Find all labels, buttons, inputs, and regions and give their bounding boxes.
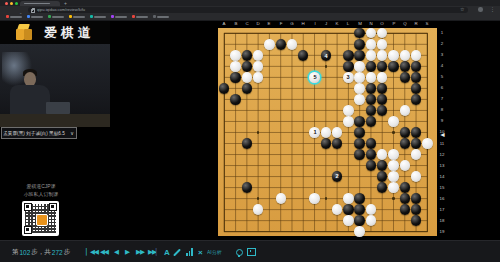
column-label-C: C (245, 22, 248, 27)
white-stone-J10 (321, 127, 331, 137)
chart-icon[interactable] (186, 241, 193, 262)
promo-line-2: 小班私人订制课 (17, 191, 65, 198)
ai-analysis-label[interactable]: AI分析 (207, 241, 231, 262)
black-stone-M11 (354, 138, 364, 148)
black-stone-M9 (354, 116, 364, 126)
bookmark-label (136, 16, 148, 18)
move-counter: 第 102 步，共 272 步 (12, 241, 70, 262)
black-stone-L3 (343, 50, 353, 60)
black-stone-N9 (366, 116, 376, 126)
white-stone-B3 (230, 50, 240, 60)
bookmark-item[interactable] (6, 15, 22, 18)
white-stone-R12 (411, 149, 421, 159)
white-stone-S11 (422, 138, 432, 148)
row-label-15: 15 (440, 185, 445, 190)
white-stone-L8 (343, 105, 353, 115)
row-label-12: 12 (440, 152, 445, 157)
jump-start-button[interactable]: ▏◀◀ (86, 241, 98, 262)
black-stone-O14 (377, 171, 387, 181)
desk (0, 114, 110, 127)
black-stone-C3 (242, 50, 252, 60)
black-stone-M18 (354, 215, 364, 225)
black-stone-M12 (354, 149, 364, 159)
jump-end-button[interactable]: ▶▶▏ (148, 241, 160, 262)
white-stone-L16 (343, 193, 353, 203)
column-label-R: R (414, 22, 417, 27)
letter-marker-button[interactable]: A (164, 241, 170, 262)
row-label-16: 16 (440, 196, 445, 201)
traffic-light-close[interactable] (5, 2, 8, 5)
row-label-14: 14 (440, 174, 445, 179)
bookmark-favicon (132, 15, 135, 18)
white-stone-O2 (377, 39, 387, 49)
black-stone-N6 (366, 83, 376, 93)
black-stone-M17 (354, 204, 364, 214)
chevron-down-icon: ∨ (70, 130, 74, 136)
black-stone-O8 (377, 105, 387, 115)
black-stone-Q10 (400, 127, 410, 137)
row-label-8: 8 (441, 108, 443, 113)
white-stone-B4 (230, 61, 240, 71)
white-stone-C5 (242, 72, 252, 82)
black-stone-J11 (321, 138, 331, 148)
star-point (392, 197, 395, 200)
app-window: + ‹ › ⟳ qipu.iqidao.com/review/kifu ☆ ⋮ … (0, 0, 500, 262)
fast-forward-button[interactable]: ▶▶ (136, 241, 144, 262)
bookmark-star-icon[interactable]: ☆ (460, 6, 464, 14)
black-stone-M16 (354, 193, 364, 203)
move-number-label: 1 (313, 130, 316, 136)
black-stone-L4 (343, 61, 353, 71)
white-stone-D17 (253, 204, 263, 214)
black-stone-Q5 (400, 72, 410, 82)
white-stone-P3 (388, 50, 398, 60)
bookmark-label (115, 16, 127, 18)
white-stone-P15 (388, 182, 398, 192)
white-stone-D4 (253, 61, 263, 71)
black-stone-C4 (242, 61, 252, 71)
step-forward-button[interactable]: ▶ (125, 241, 129, 262)
white-stone-P14 (388, 171, 398, 181)
black-stone-R7 (411, 94, 421, 104)
address-bar[interactable]: qipu.iqidao.com/review/kifu (28, 7, 468, 13)
bookmark-item[interactable] (132, 15, 148, 18)
row-label-18: 18 (440, 218, 445, 223)
column-label-G: G (290, 22, 293, 27)
qr-code (22, 201, 59, 236)
bookmark-favicon (153, 15, 156, 18)
column-label-I: I (314, 22, 315, 27)
row-label-19: 19 (440, 229, 445, 234)
white-stone-P13 (388, 160, 398, 170)
row-label-9: 9 (441, 119, 443, 124)
black-stone-C15 (242, 182, 252, 192)
iqidao-logo-icon (16, 24, 34, 41)
presenter-video (0, 44, 110, 127)
bookmark-item[interactable] (90, 15, 106, 18)
white-stone-M7 (354, 94, 364, 104)
white-stone-R14 (411, 171, 421, 181)
black-stone-K11 (332, 138, 342, 148)
white-stone-L5: 3 (343, 72, 353, 82)
white-stone-M6 (354, 83, 364, 93)
white-stone-I16 (309, 193, 319, 203)
white-stone-L18 (343, 215, 353, 225)
game-info-dropdown[interactable]: 孟昊霖(黑) 刘子诚(白) 黑贴6.5 ∨ (1, 127, 77, 139)
row-label-7: 7 (441, 97, 443, 102)
url-text: qipu.iqidao.com/review/kifu (37, 8, 85, 11)
column-label-J: J (325, 22, 327, 27)
black-stone-B5 (230, 72, 240, 82)
presenter-face (24, 72, 36, 86)
black-stone-O13 (377, 160, 387, 170)
black-stone-N13 (366, 160, 376, 170)
white-stone-I5: 5 (309, 72, 319, 82)
white-stone-Q3 (400, 50, 410, 60)
total-move-number: 272 (51, 249, 64, 256)
bookmark-favicon (48, 15, 51, 18)
star-point (325, 197, 328, 200)
column-label-M: M (358, 22, 362, 27)
black-stone-R16 (411, 193, 421, 203)
row-label-11: 11 (440, 141, 445, 146)
white-stone-E2 (264, 39, 274, 49)
black-stone-R18 (411, 215, 421, 225)
bookmark-label (31, 16, 43, 18)
black-stone-Q15 (400, 182, 410, 192)
bookmark-label (10, 16, 22, 18)
bookmark-item[interactable] (111, 15, 127, 18)
white-stone-M5 (354, 72, 364, 82)
bookmark-item[interactable] (69, 15, 85, 18)
column-label-K: K (336, 22, 339, 27)
white-stone-I10: 1 (309, 127, 319, 137)
bookmark-item[interactable] (48, 15, 64, 18)
go-board[interactable]: 45312 (218, 28, 437, 236)
white-stone-P12 (388, 149, 398, 159)
white-stone-M4 (354, 61, 364, 71)
browser-menu-icon[interactable]: ⋮ (490, 6, 495, 14)
white-stone-O3 (377, 50, 387, 60)
row-label-3: 3 (441, 53, 443, 58)
white-stone-N17 (366, 204, 376, 214)
white-stone-K10 (332, 127, 342, 137)
white-stone-D3 (253, 50, 263, 60)
star-point (325, 65, 328, 68)
bookmark-favicon (27, 15, 30, 18)
promo-line-1: 爱棋道CJP课 (17, 183, 65, 190)
black-stone-Q16 (400, 193, 410, 203)
black-stone-R17 (411, 204, 421, 214)
bookmark-favicon (69, 15, 72, 18)
white-stone-R3 (411, 50, 421, 60)
column-label-Q: Q (403, 22, 406, 27)
white-stone-L9 (343, 116, 353, 126)
black-stone-H3 (298, 50, 308, 60)
move-number-label: 5 (313, 75, 316, 81)
bookmark-favicon (6, 15, 9, 18)
white-stone-P9 (388, 116, 398, 126)
lock-icon (31, 9, 35, 13)
black-stone-A6 (219, 83, 229, 93)
qr-center-logo (36, 214, 48, 226)
black-stone-M2 (354, 39, 364, 49)
black-stone-O6 (377, 83, 387, 93)
bookmark-favicon (90, 15, 93, 18)
mouse-cursor: ◄ (439, 131, 446, 138)
black-stone-N12 (366, 149, 376, 159)
black-stone-Q17 (400, 204, 410, 214)
black-stone-N7 (366, 94, 376, 104)
column-label-B: B (234, 22, 237, 27)
toolbar-divider (156, 248, 157, 256)
move-number-label: 3 (347, 75, 350, 81)
pen-icon[interactable] (176, 241, 178, 262)
black-stone-C6 (242, 83, 252, 93)
bookmark-item[interactable] (27, 15, 43, 18)
black-stone-F2 (276, 39, 286, 49)
brand-name: 爱棋道 (44, 24, 95, 42)
black-stone-R4 (411, 61, 421, 71)
white-stone-M19 (354, 226, 364, 236)
black-stone-N8 (366, 105, 376, 115)
bookmark-item[interactable] (153, 15, 169, 18)
white-stone-O12 (377, 149, 387, 159)
white-stone-K17 (332, 204, 342, 214)
black-stone-N4 (366, 61, 376, 71)
black-stone-P4 (388, 61, 398, 71)
bookmark-favicon (111, 15, 114, 18)
black-stone-J3: 4 (321, 50, 331, 60)
row-label-5: 5 (441, 75, 443, 80)
game-info-text: 孟昊霖(黑) 刘子诚(白) 黑贴6.5 (2, 130, 65, 136)
step-back-button[interactable]: ◀ (114, 241, 118, 262)
star-point (392, 131, 395, 134)
black-stone-N11 (366, 138, 376, 148)
black-stone-R6 (411, 83, 421, 93)
brand-header: 爱棋道 (0, 21, 110, 44)
white-stone-Q13 (400, 160, 410, 170)
column-label-F: F (279, 22, 282, 27)
bookmarks-bar (0, 14, 500, 21)
black-stone-R11 (411, 138, 421, 148)
white-stone-D5 (253, 72, 263, 82)
black-stone-M10 (354, 127, 364, 137)
black-stone-C11 (242, 138, 252, 148)
column-label-A: A (223, 22, 226, 27)
black-stone-Q4 (400, 61, 410, 71)
clear-marks-button[interactable]: × (198, 241, 203, 262)
black-stone-M3 (354, 50, 364, 60)
bookmark-label (73, 16, 85, 18)
white-stone-F16 (276, 193, 286, 203)
traffic-light-minimize[interactable] (10, 2, 13, 5)
bookmark-label (157, 16, 169, 18)
white-stone-N18 (366, 215, 376, 225)
black-stone-B7 (230, 94, 240, 104)
white-stone-G2 (287, 39, 297, 49)
black-stone-Q11 (400, 138, 410, 148)
black-stone-O4 (377, 61, 387, 71)
playback-toolbar: 第 102 步，共 272 步 ▏◀◀ ◀◀ ◀ ▶ ▶▶ ▶▶▏ A × AI… (0, 240, 500, 262)
black-stone-R10 (411, 127, 421, 137)
move-number-label: 4 (324, 53, 327, 59)
black-stone-L17 (343, 204, 353, 214)
row-label-4: 4 (441, 64, 443, 69)
fast-rewind-button[interactable]: ◀◀ (100, 241, 108, 262)
tab-title-placeholder (24, 3, 50, 5)
laptop (46, 102, 70, 114)
column-label-D: D (257, 22, 260, 27)
hint-lightbulb-icon[interactable] (236, 241, 243, 262)
bookmark-label (52, 16, 64, 18)
white-stone-N5 (366, 72, 376, 82)
black-stone-O7 (377, 94, 387, 104)
traffic-light-zoom[interactable] (15, 2, 18, 5)
row-label-17: 17 (440, 207, 445, 212)
white-stone-N3 (366, 50, 376, 60)
white-stone-O5 (377, 72, 387, 82)
column-label-O: O (381, 22, 384, 27)
black-stone-R5 (411, 72, 421, 82)
row-label-13: 13 (440, 163, 445, 168)
move-number-label: 2 (336, 174, 339, 180)
column-label-N: N (369, 22, 372, 27)
profile-avatar[interactable] (478, 7, 483, 12)
black-stone-K14: 2 (332, 171, 342, 181)
column-label-S: S (426, 22, 429, 27)
column-label-P: P (392, 22, 395, 27)
bookmark-label (94, 16, 106, 18)
row-label-1: 1 (441, 31, 443, 36)
row-label-6: 6 (441, 86, 443, 91)
column-label-H: H (302, 22, 305, 27)
fullscreen-icon[interactable] (247, 241, 256, 262)
current-move-number: 102 (19, 249, 32, 256)
white-stone-N2 (366, 39, 376, 49)
column-label-E: E (268, 22, 271, 27)
row-label-2: 2 (441, 42, 443, 47)
white-stone-Q8 (400, 105, 410, 115)
column-label-L: L (347, 22, 349, 27)
